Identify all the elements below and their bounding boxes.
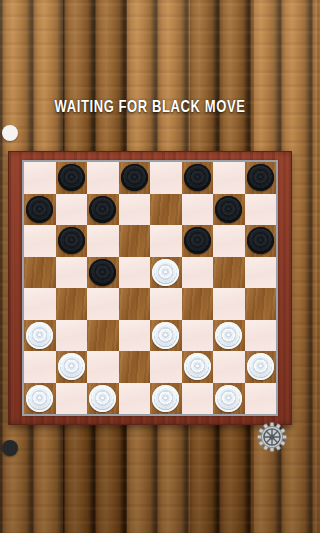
board-square[interactable] <box>24 194 56 226</box>
checker-black[interactable] <box>184 227 211 254</box>
board-square <box>245 383 277 415</box>
checker-black[interactable] <box>58 227 85 254</box>
white-turn-dot <box>2 125 18 141</box>
board-trim <box>22 160 278 416</box>
board-square <box>24 225 56 257</box>
board-square <box>150 225 182 257</box>
board-square <box>87 225 119 257</box>
board-square <box>87 351 119 383</box>
board-square <box>56 194 88 226</box>
checker-black[interactable] <box>247 227 274 254</box>
board-square <box>245 257 277 289</box>
board-square <box>119 383 151 415</box>
checker-white[interactable] <box>152 322 179 349</box>
board-square <box>24 288 56 320</box>
board-square <box>182 383 214 415</box>
checker-white[interactable] <box>58 353 85 380</box>
checker-white[interactable] <box>184 353 211 380</box>
checker-black[interactable] <box>121 164 148 191</box>
board-square[interactable] <box>24 320 56 352</box>
board-square[interactable] <box>182 162 214 194</box>
board-square <box>182 194 214 226</box>
board-square[interactable] <box>119 288 151 320</box>
board-square <box>87 288 119 320</box>
board-square[interactable] <box>150 383 182 415</box>
checker-black[interactable] <box>184 164 211 191</box>
board-square[interactable] <box>87 257 119 289</box>
checker-black[interactable] <box>89 196 116 223</box>
checker-black[interactable] <box>26 196 53 223</box>
board-square[interactable] <box>119 225 151 257</box>
settings-gear-icon[interactable] <box>255 420 289 454</box>
board-square <box>56 320 88 352</box>
board-square <box>213 351 245 383</box>
board-square[interactable] <box>245 351 277 383</box>
board-square[interactable] <box>182 351 214 383</box>
board-square[interactable] <box>213 257 245 289</box>
checker-white[interactable] <box>26 385 53 412</box>
checker-black[interactable] <box>89 259 116 286</box>
board-square <box>119 320 151 352</box>
board-grid <box>24 162 276 414</box>
board-square <box>150 351 182 383</box>
checker-white[interactable] <box>247 353 274 380</box>
board-square[interactable] <box>150 257 182 289</box>
checker-white[interactable] <box>89 385 116 412</box>
board-square <box>213 288 245 320</box>
app-screen: { "game": "checkers", "app": { "status_t… <box>0 0 300 533</box>
board-square <box>213 225 245 257</box>
board-square[interactable] <box>119 351 151 383</box>
board-square <box>119 257 151 289</box>
checker-black[interactable] <box>247 164 274 191</box>
board-square <box>150 288 182 320</box>
board-square[interactable] <box>213 320 245 352</box>
board-square[interactable] <box>56 162 88 194</box>
board-square[interactable] <box>213 194 245 226</box>
checker-white[interactable] <box>26 322 53 349</box>
board-square <box>245 194 277 226</box>
board-square <box>150 162 182 194</box>
board-square <box>24 351 56 383</box>
board-square[interactable] <box>245 162 277 194</box>
status-text: WAITING FOR BLACK MOVE <box>0 97 300 116</box>
checker-white[interactable] <box>215 322 242 349</box>
board-square[interactable] <box>87 383 119 415</box>
board-square[interactable] <box>87 320 119 352</box>
board-square[interactable] <box>150 320 182 352</box>
checker-white[interactable] <box>152 385 179 412</box>
board-square[interactable] <box>56 288 88 320</box>
board-square <box>213 162 245 194</box>
board-square[interactable] <box>245 225 277 257</box>
checker-black[interactable] <box>58 164 85 191</box>
board-square[interactable] <box>245 288 277 320</box>
checker-black[interactable] <box>215 196 242 223</box>
board-square[interactable] <box>24 383 56 415</box>
board-square <box>87 162 119 194</box>
board-square[interactable] <box>56 351 88 383</box>
board-square[interactable] <box>87 194 119 226</box>
board-square <box>56 383 88 415</box>
board-square[interactable] <box>213 383 245 415</box>
checkers-board <box>8 151 292 425</box>
board-square <box>24 162 56 194</box>
board-square[interactable] <box>24 257 56 289</box>
board-square <box>245 320 277 352</box>
board-square[interactable] <box>119 162 151 194</box>
board-square[interactable] <box>182 288 214 320</box>
board-square <box>182 320 214 352</box>
board-square[interactable] <box>150 194 182 226</box>
board-square[interactable] <box>56 225 88 257</box>
board-square[interactable] <box>182 225 214 257</box>
checker-white[interactable] <box>152 259 179 286</box>
black-turn-dot <box>2 440 18 456</box>
board-square <box>56 257 88 289</box>
board-square <box>182 257 214 289</box>
checker-white[interactable] <box>215 385 242 412</box>
board-square <box>119 194 151 226</box>
